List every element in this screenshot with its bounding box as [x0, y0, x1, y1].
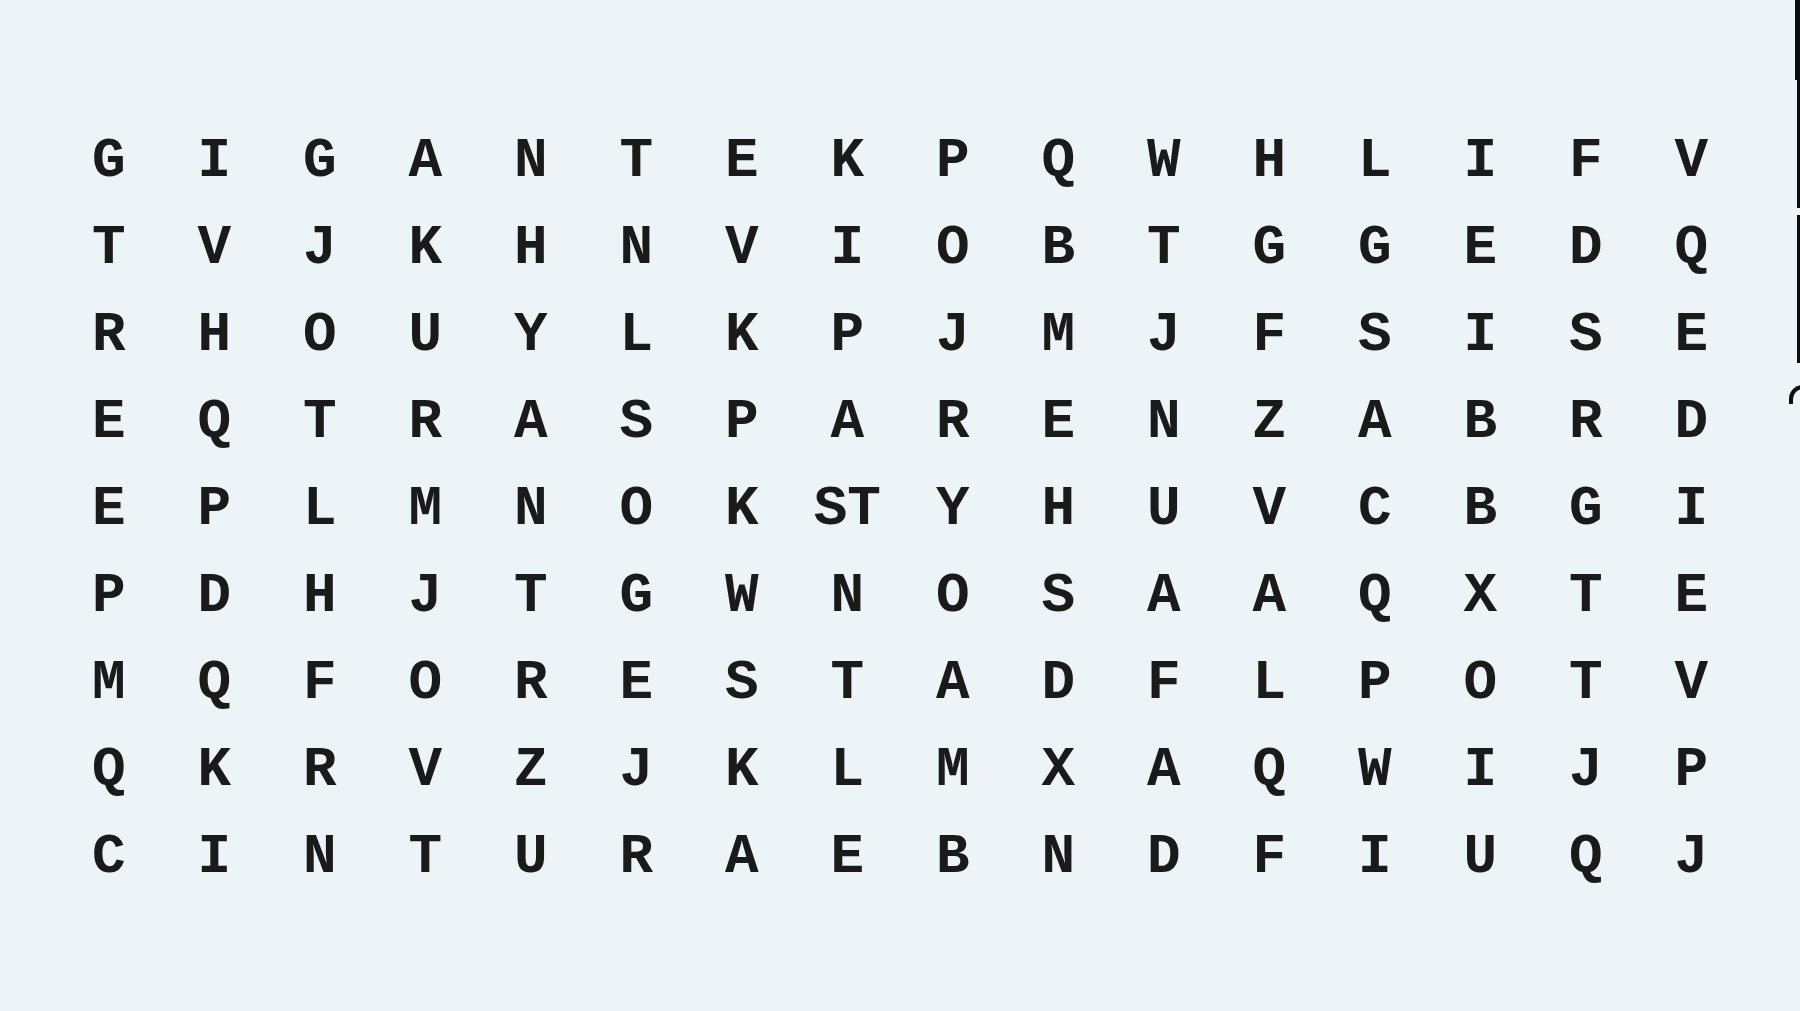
letter-cell[interactable]: S: [1006, 552, 1112, 639]
letter-cell[interactable]: F: [1111, 639, 1217, 726]
letter-cell[interactable]: D: [1533, 205, 1639, 292]
letter-cell[interactable]: X: [1006, 726, 1112, 813]
letter-cell[interactable]: O: [1428, 639, 1534, 726]
letter-cell[interactable]: E: [1006, 379, 1112, 466]
letter-cell[interactable]: K: [689, 466, 795, 553]
letter-cell[interactable]: G: [267, 118, 373, 205]
letter-cell[interactable]: A: [1217, 552, 1323, 639]
letter-cell[interactable]: O: [267, 292, 373, 379]
letter-cell[interactable]: Y: [900, 466, 1006, 553]
letter-cell[interactable]: V: [162, 205, 268, 292]
letter-cell[interactable]: O: [900, 205, 1006, 292]
letter-cell[interactable]: P: [1322, 639, 1428, 726]
letter-cell[interactable]: K: [689, 292, 795, 379]
letter-cell[interactable]: S: [584, 379, 690, 466]
letter-cell[interactable]: M: [900, 726, 1006, 813]
word-search-row: GIGANTEKPQWHLIFV: [56, 118, 1744, 205]
letter-cell[interactable]: Y: [478, 292, 584, 379]
letter-cell[interactable]: A: [1111, 726, 1217, 813]
letter-cell[interactable]: Q: [56, 726, 162, 813]
letter-cell[interactable]: A: [1322, 379, 1428, 466]
letter-cell[interactable]: A: [689, 813, 795, 900]
letter-cell[interactable]: T: [1533, 552, 1639, 639]
letter-cell[interactable]: S: [689, 639, 795, 726]
letter-cell[interactable]: I: [795, 205, 901, 292]
letter-cell[interactable]: T: [584, 118, 690, 205]
letter-cell[interactable]: E: [1639, 552, 1745, 639]
letter-cell[interactable]: P: [795, 292, 901, 379]
letter-cell[interactable]: Q: [1006, 118, 1112, 205]
letter-cell[interactable]: U: [478, 813, 584, 900]
letter-cell[interactable]: M: [1006, 292, 1112, 379]
letter-cell[interactable]: G: [584, 552, 690, 639]
letter-cell[interactable]: K: [373, 205, 479, 292]
letter-cell[interactable]: U: [1111, 466, 1217, 553]
letter-cell[interactable]: H: [478, 205, 584, 292]
letter-cell[interactable]: V: [1639, 118, 1745, 205]
letter-cell[interactable]: E: [1639, 292, 1745, 379]
letter-cell[interactable]: ST: [795, 466, 901, 553]
screen-edge-artifact: [1795, 0, 1800, 80]
letter-cell[interactable]: H: [267, 552, 373, 639]
letter-cell[interactable]: E: [689, 118, 795, 205]
letter-cell[interactable]: V: [689, 205, 795, 292]
word-search-grid: GIGANTEKPQWHLIFVTVJKHNVIOBTGGEDQRHOUYLKP…: [56, 118, 1744, 900]
letter-cell[interactable]: T: [267, 379, 373, 466]
letter-cell[interactable]: J: [1533, 726, 1639, 813]
letter-cell[interactable]: F: [1217, 292, 1323, 379]
letter-cell[interactable]: D: [1639, 379, 1745, 466]
letter-cell[interactable]: R: [478, 639, 584, 726]
letter-cell[interactable]: S: [1533, 292, 1639, 379]
letter-cell[interactable]: N: [795, 552, 901, 639]
letter-cell[interactable]: G: [1533, 466, 1639, 553]
letter-cell[interactable]: D: [1111, 813, 1217, 900]
letter-cell[interactable]: J: [373, 552, 479, 639]
letter-cell[interactable]: M: [373, 466, 479, 553]
letter-cell[interactable]: Z: [1217, 379, 1323, 466]
letter-cell[interactable]: A: [373, 118, 479, 205]
letter-cell[interactable]: H: [162, 292, 268, 379]
word-search-page: { "game": "word-search", "board": { "row…: [0, 0, 1800, 1011]
letter-cell[interactable]: A: [900, 639, 1006, 726]
letter-cell[interactable]: P: [162, 466, 268, 553]
letter-cell[interactable]: H: [1217, 118, 1323, 205]
letter-cell[interactable]: J: [584, 726, 690, 813]
letter-cell[interactable]: T: [1533, 639, 1639, 726]
letter-cell[interactable]: T: [373, 813, 479, 900]
letter-cell[interactable]: P: [56, 552, 162, 639]
letter-cell[interactable]: T: [478, 552, 584, 639]
letter-cell[interactable]: Q: [162, 379, 268, 466]
word-search-row: EQTRASPARENZABRD: [56, 379, 1744, 466]
letter-cell[interactable]: E: [56, 466, 162, 553]
letter-cell[interactable]: E: [1428, 205, 1534, 292]
letter-cell[interactable]: W: [689, 552, 795, 639]
letter-cell[interactable]: T: [795, 639, 901, 726]
letter-cell[interactable]: G: [1217, 205, 1323, 292]
letter-cell[interactable]: Q: [1322, 552, 1428, 639]
letter-cell[interactable]: B: [1006, 205, 1112, 292]
word-search-row: QKRVZJKLMXAQWIJP: [56, 726, 1744, 813]
letter-cell[interactable]: B: [1428, 466, 1534, 553]
letter-cell[interactable]: G: [1322, 205, 1428, 292]
letter-cell[interactable]: N: [1111, 379, 1217, 466]
letter-cell[interactable]: V: [1639, 639, 1745, 726]
letter-cell[interactable]: J: [267, 205, 373, 292]
letter-cell[interactable]: I: [162, 118, 268, 205]
letter-cell[interactable]: L: [584, 292, 690, 379]
letter-cell[interactable]: R: [56, 292, 162, 379]
letter-cell[interactable]: B: [1428, 379, 1534, 466]
letter-cell[interactable]: L: [267, 466, 373, 553]
letter-cell[interactable]: P: [1639, 726, 1745, 813]
letter-cell[interactable]: L: [795, 726, 901, 813]
letter-cell[interactable]: I: [1639, 466, 1745, 553]
letter-cell[interactable]: Q: [162, 639, 268, 726]
letter-cell[interactable]: R: [900, 379, 1006, 466]
letter-cell[interactable]: F: [1217, 813, 1323, 900]
letter-cell[interactable]: M: [56, 639, 162, 726]
letter-cell[interactable]: E: [56, 379, 162, 466]
letter-cell[interactable]: R: [1533, 379, 1639, 466]
letter-cell[interactable]: I: [1322, 813, 1428, 900]
letter-cell[interactable]: X: [1428, 552, 1534, 639]
letter-cell[interactable]: A: [478, 379, 584, 466]
letter-cell[interactable]: P: [689, 379, 795, 466]
letter-cell[interactable]: W: [1322, 726, 1428, 813]
letter-cell[interactable]: K: [689, 726, 795, 813]
letter-cell[interactable]: T: [1111, 205, 1217, 292]
letter-cell[interactable]: V: [373, 726, 479, 813]
letter-cell[interactable]: R: [373, 379, 479, 466]
letter-cell[interactable]: H: [1006, 466, 1112, 553]
letter-cell[interactable]: A: [1111, 552, 1217, 639]
word-search-row: RHOUYLKPJMJFSISE: [56, 292, 1744, 379]
word-search-row: PDHJTGWNOSAAQXTE: [56, 552, 1744, 639]
letter-cell[interactable]: L: [1322, 118, 1428, 205]
letter-cell[interactable]: J: [1639, 813, 1745, 900]
letter-cell[interactable]: D: [1006, 639, 1112, 726]
letter-cell[interactable]: N: [478, 466, 584, 553]
letter-cell[interactable]: N: [1006, 813, 1112, 900]
letter-cell[interactable]: V: [1217, 466, 1323, 553]
letter-cell[interactable]: G: [56, 118, 162, 205]
letter-cell[interactable]: T: [56, 205, 162, 292]
letter-cell[interactable]: Q: [1533, 813, 1639, 900]
letter-cell[interactable]: D: [162, 552, 268, 639]
letter-cell[interactable]: N: [584, 205, 690, 292]
letter-cell[interactable]: Z: [478, 726, 584, 813]
letter-cell[interactable]: N: [478, 118, 584, 205]
word-search-row: TVJKHNVIOBTGGEDQ: [56, 205, 1744, 292]
letter-cell[interactable]: K: [795, 118, 901, 205]
letter-cell[interactable]: O: [373, 639, 479, 726]
letter-cell[interactable]: I: [1428, 118, 1534, 205]
letter-cell[interactable]: I: [162, 813, 268, 900]
letter-cell[interactable]: C: [1322, 466, 1428, 553]
letter-cell[interactable]: C: [56, 813, 162, 900]
word-search-row: CINTURAEBNDFIUQJ: [56, 813, 1744, 900]
letter-cell[interactable]: U: [1428, 813, 1534, 900]
letter-cell[interactable]: I: [1428, 726, 1534, 813]
word-search-row: EPLMNOKSTYHUVCBGI: [56, 466, 1744, 553]
letter-cell[interactable]: F: [267, 639, 373, 726]
letter-cell[interactable]: L: [1217, 639, 1323, 726]
letter-cell[interactable]: N: [267, 813, 373, 900]
letter-cell[interactable]: Q: [1639, 205, 1745, 292]
letter-cell[interactable]: P: [900, 118, 1006, 205]
screen-edge-artifact: [1789, 385, 1800, 404]
letter-cell[interactable]: R: [267, 726, 373, 813]
letter-cell[interactable]: I: [1428, 292, 1534, 379]
letter-cell[interactable]: E: [584, 639, 690, 726]
letter-cell[interactable]: Q: [1217, 726, 1323, 813]
letter-cell[interactable]: J: [900, 292, 1006, 379]
letter-cell[interactable]: K: [162, 726, 268, 813]
letter-cell[interactable]: F: [1533, 118, 1639, 205]
letter-cell[interactable]: U: [373, 292, 479, 379]
letter-cell[interactable]: J: [1111, 292, 1217, 379]
letter-cell[interactable]: B: [900, 813, 1006, 900]
letter-cell[interactable]: A: [795, 379, 901, 466]
word-search-row: MQFORESTADFLPOTV: [56, 639, 1744, 726]
letter-cell[interactable]: E: [795, 813, 901, 900]
letter-cell[interactable]: R: [584, 813, 690, 900]
letter-cell[interactable]: S: [1322, 292, 1428, 379]
letter-cell[interactable]: O: [900, 552, 1006, 639]
letter-cell[interactable]: O: [584, 466, 690, 553]
letter-cell[interactable]: W: [1111, 118, 1217, 205]
